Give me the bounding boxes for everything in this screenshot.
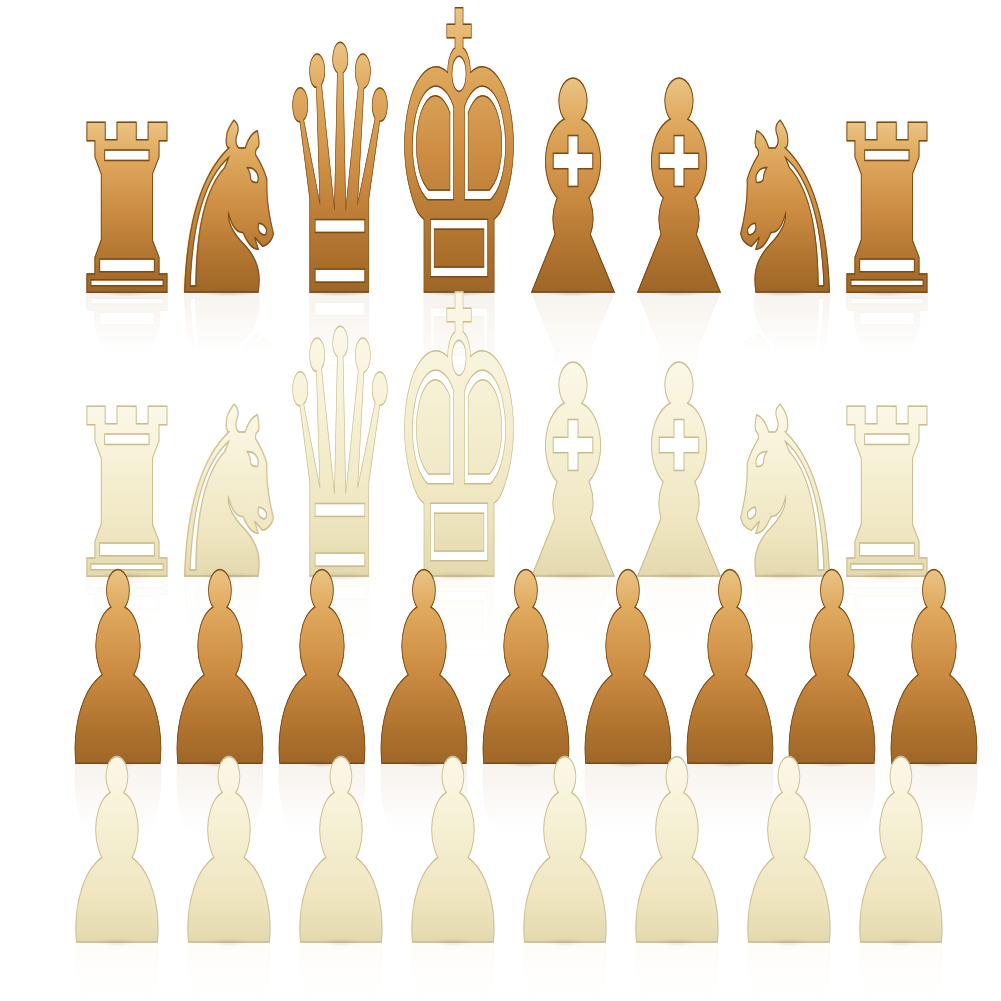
piece-reflection: ♜ (823, 256, 950, 489)
light-pawns-row: ♟ ♟ ♟ ♟ ♟ ♟ ♟ ♟ ♟ ♟ ♟ ♟ ♟ ♟ ♟ ♟ (0, 0, 1001, 942)
dark-bishop-2: ♝ ♝ (631, 290, 727, 292)
piece-glyph: ♟ (839, 727, 962, 981)
piece-glyph: ♟ (461, 539, 589, 804)
piece-reflection: ♟ (839, 903, 962, 1001)
piece-glyph: ♝ (494, 328, 652, 621)
dark-bishop-1: ♝ ♝ (525, 290, 621, 292)
dark-pawn-2: ♟ ♟ (188, 761, 252, 763)
dark-pawn-9: ♟ ♟ (902, 761, 966, 763)
piece-glyph: ♟ (665, 539, 793, 804)
piece-glyph: ♜ (63, 95, 190, 328)
piece-reflection: ♜ (823, 540, 950, 773)
piece-reflection: ♟ (461, 722, 589, 987)
contact-shadow (802, 757, 861, 769)
contact-shadow (528, 570, 616, 582)
piece-reflection: ♝ (600, 531, 758, 824)
piece-reflection: ♟ (615, 903, 738, 1001)
piece-glyph: ♝ (600, 328, 758, 621)
dark-pawn-3: ♟ ♟ (290, 761, 354, 763)
piece-reflection: ♝ (494, 247, 652, 540)
light-king: ♚ ♚ (403, 574, 515, 576)
dark-pawns-row: ♟ ♟ ♟ ♟ ♟ ♟ ♟ ♟ ♟ ♟ ♟ ♟ ♟ ♟ ♟ ♟ ♟ ♟ (0, 0, 1001, 763)
piece-reflection: ♟ (391, 903, 514, 1001)
piece-glyph: ♟ (167, 727, 290, 981)
piece-reflection: ♞ (715, 540, 854, 775)
dark-pawn-8: ♟ ♟ (800, 761, 864, 763)
light-pawn-8: ♟ ♟ (870, 940, 932, 942)
contact-shadow (86, 570, 167, 582)
contact-shadow (184, 570, 272, 582)
piece-reflection: ♝ (600, 247, 758, 540)
piece-glyph: ♟ (55, 727, 178, 981)
piece-reflection: ♞ (159, 540, 298, 775)
light-pawn-2: ♟ ♟ (198, 940, 260, 942)
piece-glyph: ♛ (277, 287, 403, 629)
piece-glyph: ♞ (715, 93, 854, 328)
contact-shadow (872, 936, 929, 948)
contact-shadow (846, 570, 927, 582)
piece-glyph: ♟ (155, 539, 283, 804)
piece-glyph: ♜ (823, 379, 950, 612)
dark-rook-1: ♜ ♜ (83, 290, 171, 292)
light-rook-2: ♜ ♜ (843, 574, 931, 576)
contact-shadow (200, 936, 257, 948)
contact-shadow (648, 936, 705, 948)
contact-shadow (88, 757, 147, 769)
light-pawn-6: ♟ ♟ (646, 940, 708, 942)
piece-reflection: ♚ (389, 232, 528, 621)
dark-pawn-4: ♟ ♟ (392, 761, 456, 763)
piece-reflection: ♛ (277, 239, 403, 581)
contact-shadow (407, 286, 510, 298)
contact-shadow (598, 757, 657, 769)
piece-reflection: ♟ (55, 903, 178, 1001)
contact-shadow (424, 936, 481, 948)
piece-glyph: ♝ (600, 44, 758, 337)
contact-shadow (846, 286, 927, 298)
contact-shadow (184, 286, 272, 298)
dark-major-pieces-row: ♜ ♜ ♞ ♞ ♛ ♛ ♚ ♚ ♝ ♝ ♝ ♝ ♞ ♞ ♜ ♜ (0, 0, 1001, 292)
light-knight-2: ♞ ♞ (737, 574, 833, 576)
contact-shadow (394, 757, 453, 769)
piece-glyph: ♟ (563, 539, 691, 804)
piece-glyph: ♞ (159, 377, 298, 612)
light-pawn-1: ♟ ♟ (86, 940, 148, 942)
light-pawn-7: ♟ ♟ (758, 940, 820, 942)
piece-glyph: ♟ (727, 727, 850, 981)
piece-glyph: ♚ (389, 0, 528, 352)
piece-reflection: ♟ (767, 722, 895, 987)
light-major-pieces-row: ♜ ♜ ♞ ♞ ♛ ♛ ♚ ♚ ♝ ♝ ♝ ♝ ♞ ♞ ♜ ♜ (0, 0, 1001, 576)
piece-reflection: ♟ (359, 722, 487, 987)
piece-reflection: ♟ (665, 722, 793, 987)
piece-reflection: ♟ (869, 722, 997, 987)
chess-set-photo: ♜ ♜ ♞ ♞ ♛ ♛ ♚ ♚ ♝ ♝ ♝ ♝ ♞ ♞ ♜ ♜ ♜ ♜ ♞ ♞ (0, 0, 1001, 1001)
dark-knight-2: ♞ ♞ (737, 290, 833, 292)
piece-glyph: ♝ (494, 44, 652, 337)
contact-shadow (904, 757, 963, 769)
piece-reflection: ♜ (63, 540, 190, 773)
piece-reflection: ♚ (389, 516, 528, 905)
light-pawn-4: ♟ ♟ (422, 940, 484, 942)
light-rook-1: ♜ ♜ (83, 574, 171, 576)
light-pawn-3: ♟ ♟ (310, 940, 372, 942)
piece-glyph: ♞ (159, 93, 298, 328)
light-knight-1: ♞ ♞ (181, 574, 277, 576)
piece-glyph: ♜ (63, 379, 190, 612)
contact-shadow (312, 936, 369, 948)
piece-reflection: ♟ (279, 903, 402, 1001)
contact-shadow (88, 936, 145, 948)
dark-king: ♚ ♚ (403, 290, 515, 292)
contact-shadow (496, 757, 555, 769)
piece-glyph: ♛ (277, 3, 403, 345)
contact-shadow (700, 757, 759, 769)
dark-pawn-6: ♟ ♟ (596, 761, 660, 763)
piece-glyph: ♜ (823, 95, 950, 328)
contact-shadow (528, 286, 616, 298)
piece-reflection: ♟ (503, 903, 626, 1001)
dark-knight-1: ♞ ♞ (181, 290, 277, 292)
contact-shadow (740, 570, 828, 582)
dark-pawn-7: ♟ ♟ (698, 761, 762, 763)
piece-glyph: ♟ (257, 539, 385, 804)
contact-shadow (291, 570, 389, 582)
piece-glyph: ♟ (615, 727, 738, 981)
piece-reflection: ♜ (63, 256, 190, 489)
contact-shadow (740, 286, 828, 298)
piece-reflection: ♟ (53, 722, 181, 987)
piece-glyph: ♟ (767, 539, 895, 804)
piece-reflection: ♛ (277, 523, 403, 865)
piece-glyph: ♟ (53, 539, 181, 804)
piece-reflection: ♟ (167, 903, 290, 1001)
piece-reflection: ♞ (159, 256, 298, 491)
piece-reflection: ♞ (715, 256, 854, 491)
contact-shadow (634, 286, 722, 298)
piece-glyph: ♟ (391, 727, 514, 981)
contact-shadow (760, 936, 817, 948)
piece-glyph: ♟ (279, 727, 402, 981)
dark-pawn-5: ♟ ♟ (494, 761, 558, 763)
piece-glyph: ♟ (359, 539, 487, 804)
piece-glyph: ♟ (503, 727, 626, 981)
light-pawn-5: ♟ ♟ (534, 940, 596, 942)
piece-reflection: ♟ (257, 722, 385, 987)
dark-pawn-1: ♟ ♟ (86, 761, 150, 763)
light-bishop-2: ♝ ♝ (631, 574, 727, 576)
piece-glyph: ♚ (389, 247, 528, 636)
piece-glyph: ♞ (715, 377, 854, 612)
dark-queen: ♛ ♛ (287, 290, 393, 292)
contact-shadow (536, 936, 593, 948)
piece-reflection: ♟ (727, 903, 850, 1001)
piece-reflection: ♟ (563, 722, 691, 987)
piece-glyph: ♟ (869, 539, 997, 804)
piece-reflection: ♝ (494, 531, 652, 824)
light-queen: ♛ ♛ (287, 574, 393, 576)
light-bishop-1: ♝ ♝ (525, 574, 621, 576)
contact-shadow (634, 570, 722, 582)
contact-shadow (190, 757, 249, 769)
piece-reflection: ♟ (155, 722, 283, 987)
contact-shadow (291, 286, 389, 298)
contact-shadow (86, 286, 167, 298)
contact-shadow (407, 570, 510, 582)
contact-shadow (292, 757, 351, 769)
dark-rook-2: ♜ ♜ (843, 290, 931, 292)
